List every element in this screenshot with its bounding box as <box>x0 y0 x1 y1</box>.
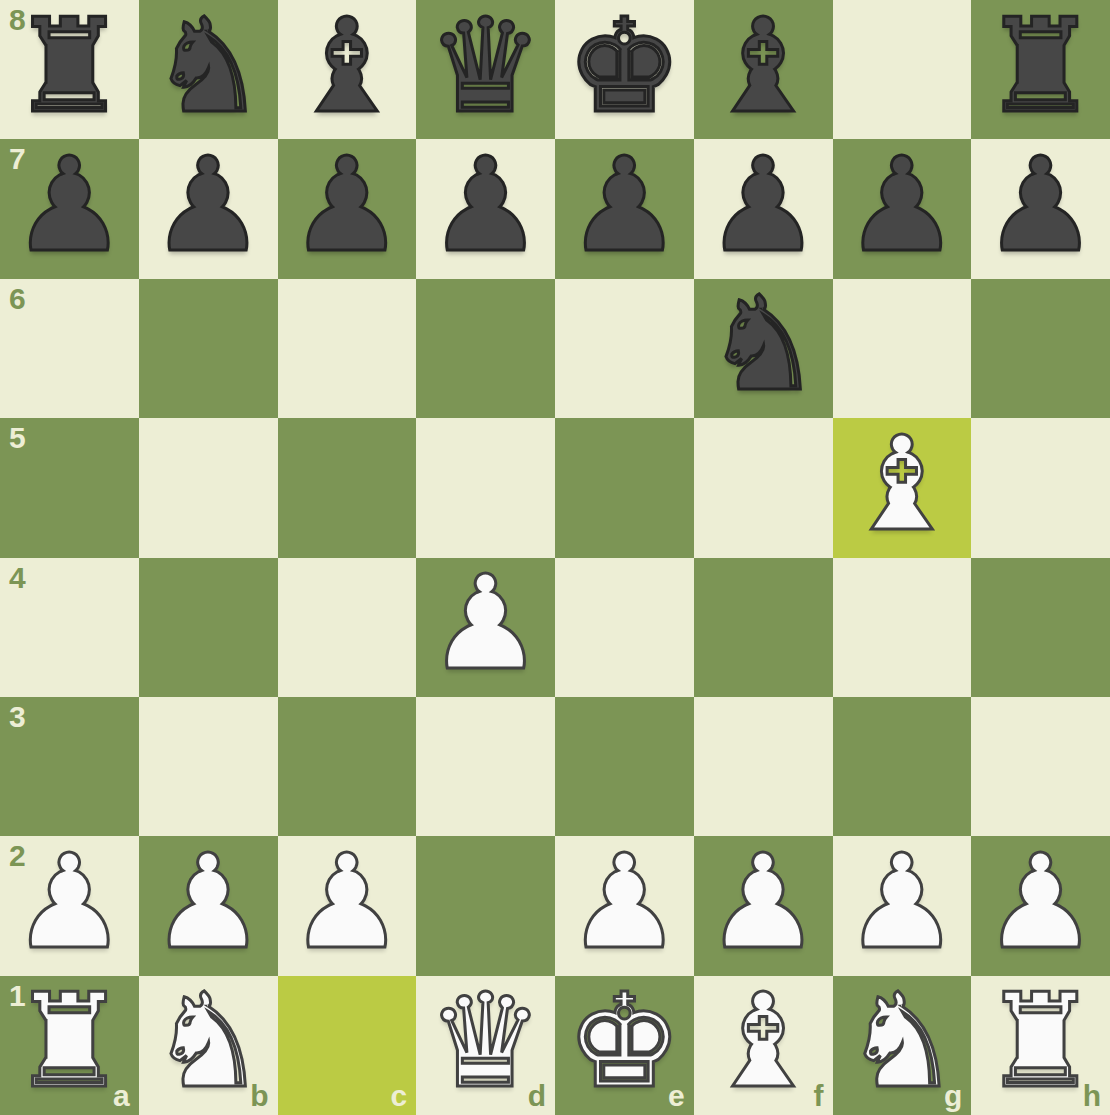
square-g1[interactable]: g♞ <box>833 976 972 1115</box>
piece-white-pawn[interactable]: ♟ <box>566 837 683 967</box>
square-e2[interactable]: ♟ <box>555 836 694 975</box>
square-d4[interactable]: ♟ <box>416 558 555 697</box>
square-a4[interactable]: 4 <box>0 558 139 697</box>
piece-black-rook[interactable]: ♜ <box>11 1 128 131</box>
square-b3[interactable] <box>139 697 278 836</box>
square-b8[interactable]: ♞ <box>139 0 278 139</box>
square-g2[interactable]: ♟ <box>833 836 972 975</box>
piece-white-rook[interactable]: ♜ <box>982 976 1099 1106</box>
square-g4[interactable] <box>833 558 972 697</box>
square-f2[interactable]: ♟ <box>694 836 833 975</box>
square-c7[interactable]: ♟ <box>278 139 417 278</box>
square-f7[interactable]: ♟ <box>694 139 833 278</box>
piece-white-rook[interactable]: ♜ <box>11 976 128 1106</box>
square-d1[interactable]: d♛ <box>416 976 555 1115</box>
rank-label-4: 4 <box>9 563 26 593</box>
piece-white-pawn[interactable]: ♟ <box>150 837 267 967</box>
square-c3[interactable] <box>278 697 417 836</box>
piece-black-knight[interactable]: ♞ <box>150 1 267 131</box>
piece-white-king[interactable]: ♚ <box>566 976 683 1106</box>
square-g7[interactable]: ♟ <box>833 139 972 278</box>
piece-black-king[interactable]: ♚ <box>566 1 683 131</box>
piece-black-pawn[interactable]: ♟ <box>705 140 822 270</box>
square-h2[interactable]: ♟ <box>971 836 1110 975</box>
square-a1[interactable]: 1a♜ <box>0 976 139 1115</box>
piece-white-pawn[interactable]: ♟ <box>982 837 1099 967</box>
square-e6[interactable] <box>555 279 694 418</box>
square-a2[interactable]: 2♟ <box>0 836 139 975</box>
piece-white-pawn[interactable]: ♟ <box>844 837 961 967</box>
square-a8[interactable]: 8♜ <box>0 0 139 139</box>
square-h7[interactable]: ♟ <box>971 139 1110 278</box>
square-g3[interactable] <box>833 697 972 836</box>
square-h1[interactable]: h♜ <box>971 976 1110 1115</box>
piece-black-pawn[interactable]: ♟ <box>566 140 683 270</box>
square-e8[interactable]: ♚ <box>555 0 694 139</box>
piece-black-queen[interactable]: ♛ <box>427 1 544 131</box>
square-g6[interactable] <box>833 279 972 418</box>
square-e4[interactable] <box>555 558 694 697</box>
piece-white-pawn[interactable]: ♟ <box>705 837 822 967</box>
square-f4[interactable] <box>694 558 833 697</box>
square-b6[interactable] <box>139 279 278 418</box>
piece-black-rook[interactable]: ♜ <box>982 1 1099 131</box>
piece-white-knight[interactable]: ♞ <box>844 976 961 1106</box>
piece-black-pawn[interactable]: ♟ <box>150 140 267 270</box>
square-c2[interactable]: ♟ <box>278 836 417 975</box>
square-b2[interactable]: ♟ <box>139 836 278 975</box>
square-f3[interactable] <box>694 697 833 836</box>
square-e5[interactable] <box>555 418 694 557</box>
piece-white-queen[interactable]: ♛ <box>427 976 544 1106</box>
square-h3[interactable] <box>971 697 1110 836</box>
square-g5[interactable]: ♝ <box>833 418 972 557</box>
square-h5[interactable] <box>971 418 1110 557</box>
square-g8[interactable] <box>833 0 972 139</box>
square-c8[interactable]: ♝ <box>278 0 417 139</box>
square-e3[interactable] <box>555 697 694 836</box>
square-f6[interactable]: ♞ <box>694 279 833 418</box>
piece-white-pawn[interactable]: ♟ <box>289 837 406 967</box>
piece-white-bishop[interactable]: ♝ <box>844 419 961 549</box>
square-d7[interactable]: ♟ <box>416 139 555 278</box>
piece-black-pawn[interactable]: ♟ <box>427 140 544 270</box>
piece-black-pawn[interactable]: ♟ <box>11 140 128 270</box>
square-c4[interactable] <box>278 558 417 697</box>
square-e7[interactable]: ♟ <box>555 139 694 278</box>
piece-white-knight[interactable]: ♞ <box>150 976 267 1106</box>
rank-label-6: 6 <box>9 284 26 314</box>
square-a6[interactable]: 6 <box>0 279 139 418</box>
square-a7[interactable]: 7♟ <box>0 139 139 278</box>
square-c1[interactable]: c <box>278 976 417 1115</box>
square-d3[interactable] <box>416 697 555 836</box>
square-c5[interactable] <box>278 418 417 557</box>
square-h4[interactable] <box>971 558 1110 697</box>
square-f1[interactable]: f♝ <box>694 976 833 1115</box>
square-h6[interactable] <box>971 279 1110 418</box>
square-a5[interactable]: 5 <box>0 418 139 557</box>
square-h8[interactable]: ♜ <box>971 0 1110 139</box>
square-e1[interactable]: e♚ <box>555 976 694 1115</box>
piece-black-bishop[interactable]: ♝ <box>705 1 822 131</box>
piece-white-pawn[interactable]: ♟ <box>427 558 544 688</box>
square-b5[interactable] <box>139 418 278 557</box>
square-d8[interactable]: ♛ <box>416 0 555 139</box>
square-d5[interactable] <box>416 418 555 557</box>
piece-black-pawn[interactable]: ♟ <box>844 140 961 270</box>
chess-board: 8♜♞♝♛♚♝♜7♟♟♟♟♟♟♟♟6♞5♝4♟32♟♟♟♟♟♟♟1a♜b♞cd♛… <box>0 0 1110 1115</box>
piece-black-pawn[interactable]: ♟ <box>289 140 406 270</box>
square-f5[interactable] <box>694 418 833 557</box>
square-c6[interactable] <box>278 279 417 418</box>
piece-white-pawn[interactable]: ♟ <box>11 837 128 967</box>
piece-black-knight[interactable]: ♞ <box>705 279 822 409</box>
square-b1[interactable]: b♞ <box>139 976 278 1115</box>
square-a3[interactable]: 3 <box>0 697 139 836</box>
square-b7[interactable]: ♟ <box>139 139 278 278</box>
piece-white-bishop[interactable]: ♝ <box>705 976 822 1106</box>
file-label-c: c <box>391 1081 408 1111</box>
square-d6[interactable] <box>416 279 555 418</box>
piece-black-bishop[interactable]: ♝ <box>289 1 406 131</box>
square-b4[interactable] <box>139 558 278 697</box>
square-f8[interactable]: ♝ <box>694 0 833 139</box>
piece-black-pawn[interactable]: ♟ <box>982 140 1099 270</box>
square-d2[interactable] <box>416 836 555 975</box>
rank-label-3: 3 <box>9 702 26 732</box>
rank-label-5: 5 <box>9 423 26 453</box>
